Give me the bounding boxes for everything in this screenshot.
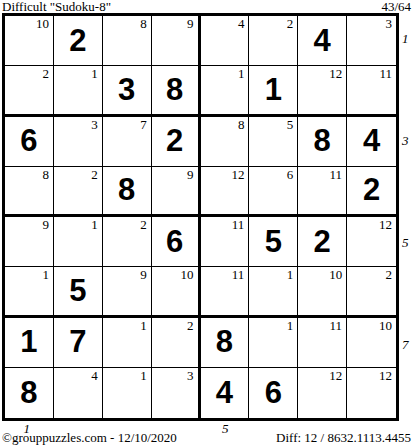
clue-number: 12 — [231, 167, 244, 182]
clue-number: 12 — [329, 368, 342, 383]
page-title: Difficult "Sudoku-8" — [2, 0, 111, 13]
cell-r7c1[interactable]: 1 — [5, 318, 54, 368]
clue-number: 12 — [329, 66, 342, 81]
clue-number: 12 — [379, 368, 392, 383]
clue-number: 9 — [187, 167, 194, 182]
clue-number: 8 — [42, 167, 49, 182]
clue-number: 11 — [330, 167, 343, 182]
given-digit: 2 — [298, 217, 346, 266]
clue-number: 2 — [140, 217, 147, 232]
clue-number: 11 — [232, 267, 245, 282]
clue-number: 7 — [140, 117, 147, 132]
clue-number: 2 — [91, 167, 98, 182]
given-digit: 3 — [103, 66, 151, 113]
given-digit: 2 — [347, 167, 396, 214]
clue-number: 3 — [91, 117, 98, 132]
cell-r4c2[interactable]: 2 — [54, 167, 103, 217]
cell-r8c2[interactable]: 4 — [54, 368, 103, 418]
cell-r3c5[interactable]: 8 — [201, 117, 250, 167]
given-digit: 6 — [5, 117, 53, 166]
progress-counter: 43/64 — [381, 0, 411, 13]
cell-r1c6[interactable]: 2 — [249, 16, 298, 66]
cell-r6c6[interactable]: 1 — [249, 267, 298, 317]
cell-r2c4[interactable]: 8 — [152, 66, 201, 116]
cell-r4c8[interactable]: 2 — [347, 167, 396, 217]
row-label-3: 3 — [402, 115, 412, 166]
given-digit: 8 — [152, 66, 198, 113]
given-digit: 4 — [201, 368, 249, 418]
cell-r1c2[interactable]: 2 — [54, 16, 103, 66]
clue-number: 11 — [232, 217, 245, 232]
given-digit: 1 — [5, 318, 53, 367]
cell-r8c4[interactable]: 3 — [152, 368, 201, 418]
cell-r2c3[interactable]: 3 — [103, 66, 152, 116]
cell-r5c1[interactable]: 9 — [5, 217, 54, 267]
cell-r2c1[interactable]: 2 — [5, 66, 54, 116]
cell-r5c4[interactable]: 6 — [152, 217, 201, 267]
row-labels: 1357 — [402, 13, 412, 421]
row-label-2 — [402, 64, 412, 115]
clue-number: 1 — [287, 318, 294, 333]
cell-r1c8[interactable]: 3 — [347, 16, 396, 66]
row-label-7: 7 — [402, 319, 412, 370]
clue-number: 4 — [238, 16, 245, 31]
clue-number: 1 — [42, 267, 49, 282]
clue-number: 9 — [140, 267, 147, 282]
clue-number: 8 — [140, 16, 147, 31]
cell-r7c3[interactable]: 1 — [103, 318, 152, 368]
cell-r3c1[interactable]: 6 — [5, 117, 54, 167]
cell-r6c4[interactable]: 10 — [152, 267, 201, 317]
cell-r3c6[interactable]: 5 — [249, 117, 298, 167]
given-digit: 4 — [298, 16, 346, 65]
cell-r8c5[interactable]: 4 — [201, 368, 250, 418]
cell-r7c7[interactable]: 11 — [298, 318, 347, 368]
cell-r4c6[interactable]: 6 — [249, 167, 298, 217]
given-digit: 5 — [249, 217, 297, 266]
cell-r2c8[interactable]: 11 — [347, 66, 396, 116]
clue-number: 12 — [379, 217, 392, 232]
clue-number: 8 — [238, 117, 245, 132]
clue-number: 11 — [330, 318, 343, 333]
clue-number: 1 — [238, 66, 245, 81]
given-digit: 8 — [103, 167, 151, 214]
cell-r2c7[interactable]: 12 — [298, 66, 347, 116]
clue-number: 9 — [187, 16, 194, 31]
cell-r2c2[interactable]: 1 — [54, 66, 103, 116]
cell-r5c2[interactable]: 1 — [54, 217, 103, 267]
row-label-6 — [402, 268, 412, 319]
cell-r3c8[interactable]: 4 — [347, 117, 396, 167]
clue-number: 2 — [42, 66, 49, 81]
clue-number: 10 — [329, 267, 342, 282]
cell-r7c8[interactable]: 10 — [347, 318, 396, 368]
cell-r6c8[interactable]: 2 — [347, 267, 396, 317]
row-label-8 — [402, 370, 412, 421]
cell-r5c3[interactable]: 2 — [103, 217, 152, 267]
cell-r6c3[interactable]: 9 — [103, 267, 152, 317]
clue-number: 2 — [386, 267, 393, 282]
difficulty-text: Diff: 12 / 8632.1113.4455 — [276, 431, 411, 445]
cell-r8c8[interactable]: 12 — [347, 368, 396, 418]
given-digit: 6 — [249, 368, 297, 418]
row-label-1: 1 — [402, 13, 412, 64]
clue-number: 3 — [187, 368, 194, 383]
clue-number: 1 — [287, 267, 294, 282]
cell-r4c1[interactable]: 8 — [5, 167, 54, 217]
cell-r1c1[interactable]: 10 — [5, 16, 54, 66]
clue-number: 10 — [379, 318, 392, 333]
given-digit: 8 — [201, 318, 249, 367]
cell-r6c7[interactable]: 10 — [298, 267, 347, 317]
cell-r8c7[interactable]: 12 — [298, 368, 347, 418]
clue-number: 1 — [140, 318, 147, 333]
cell-r3c2[interactable]: 3 — [54, 117, 103, 167]
given-digit: 5 — [54, 267, 102, 314]
cell-r7c6[interactable]: 1 — [249, 318, 298, 368]
board: 1028942432138111211637285848289126112912… — [2, 13, 399, 421]
clue-number: 1 — [140, 368, 147, 383]
given-digit: 2 — [152, 117, 198, 166]
cell-r3c7[interactable]: 8 — [298, 117, 347, 167]
cell-r7c5[interactable]: 8 — [201, 318, 250, 368]
clue-number: 3 — [386, 16, 393, 31]
clue-number: 4 — [91, 368, 98, 383]
cell-r5c5[interactable]: 11 — [201, 217, 250, 267]
cell-r5c6[interactable]: 5 — [249, 217, 298, 267]
cell-r4c4[interactable]: 9 — [152, 167, 201, 217]
cell-r5c8[interactable]: 12 — [347, 217, 396, 267]
clue-number: 6 — [287, 167, 294, 182]
given-digit: 8 — [298, 117, 346, 166]
clue-number: 10 — [181, 267, 194, 282]
header: Difficult "Sudoku-8" 43/64 — [2, 0, 411, 13]
given-digit: 2 — [54, 16, 102, 65]
clue-number: 9 — [42, 217, 49, 232]
copyright-text: ©grouppuzzles.com - 12/10/2020 — [2, 431, 177, 445]
clue-number: 2 — [187, 318, 194, 333]
cell-r5c7[interactable]: 2 — [298, 217, 347, 267]
clue-number: 1 — [91, 217, 98, 232]
cell-r2c5[interactable]: 1 — [201, 66, 250, 116]
clue-number: 11 — [379, 66, 392, 81]
cell-r7c4[interactable]: 2 — [152, 318, 201, 368]
cell-r6c5[interactable]: 11 — [201, 267, 250, 317]
given-digit: 1 — [249, 66, 297, 113]
cell-r4c5[interactable]: 12 — [201, 167, 250, 217]
cell-r2c6[interactable]: 1 — [249, 66, 298, 116]
clue-number: 1 — [91, 66, 98, 81]
row-label-4 — [402, 166, 412, 217]
cell-r4c7[interactable]: 11 — [298, 167, 347, 217]
given-digit: 8 — [5, 368, 53, 418]
cell-r1c3[interactable]: 8 — [103, 16, 152, 66]
cell-r1c7[interactable]: 4 — [298, 16, 347, 66]
given-digit: 4 — [347, 117, 396, 166]
cell-r3c3[interactable]: 7 — [103, 117, 152, 167]
cell-r3c4[interactable]: 2 — [152, 117, 201, 167]
cell-r4c3[interactable]: 8 — [103, 167, 152, 217]
cell-r8c1[interactable]: 8 — [5, 368, 54, 418]
clue-number: 5 — [287, 117, 294, 132]
given-digit: 6 — [152, 217, 198, 266]
clue-number: 10 — [36, 16, 49, 31]
footer: ©grouppuzzles.com - 12/10/2020 Diff: 12 … — [2, 431, 411, 445]
cell-r8c6[interactable]: 6 — [249, 368, 298, 418]
cell-r1c4[interactable]: 9 — [152, 16, 201, 66]
cell-r1c5[interactable]: 4 — [201, 16, 250, 66]
clue-number: 2 — [287, 16, 294, 31]
cell-r6c1[interactable]: 1 — [5, 267, 54, 317]
row-label-5: 5 — [402, 217, 412, 268]
cell-r7c2[interactable]: 7 — [54, 318, 103, 368]
cell-r6c2[interactable]: 5 — [54, 267, 103, 317]
cell-r8c3[interactable]: 1 — [103, 368, 152, 418]
given-digit: 7 — [54, 318, 102, 367]
